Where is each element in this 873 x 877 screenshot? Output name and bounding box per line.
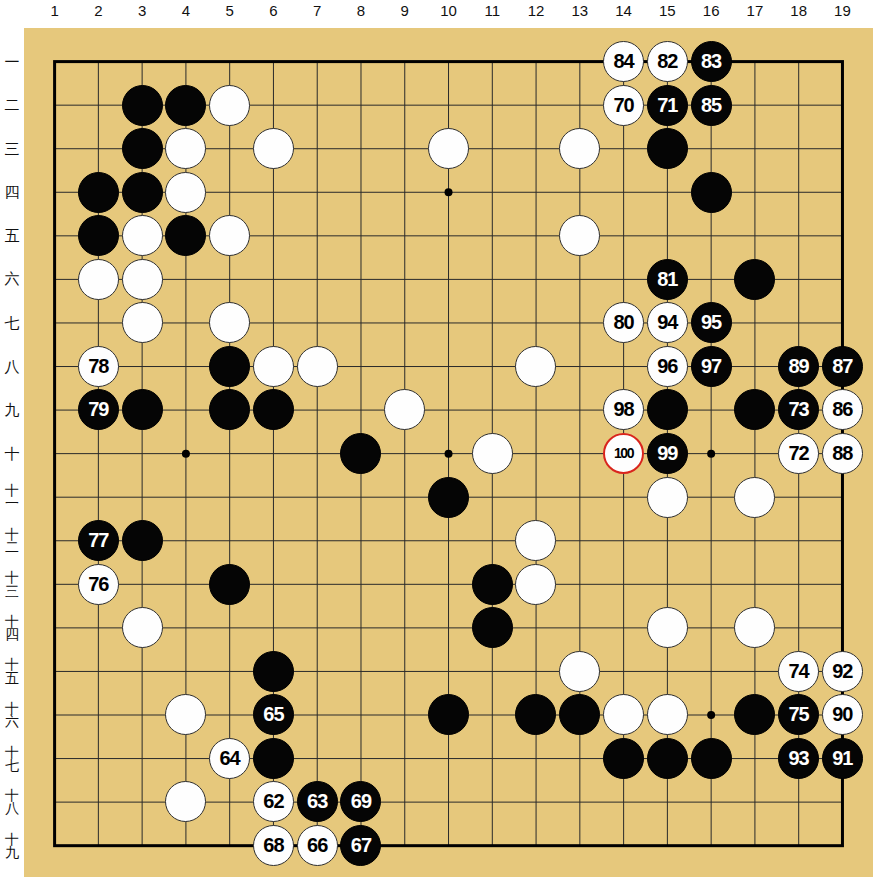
- row-label: 八: [5, 360, 20, 374]
- move-number: 62: [263, 790, 283, 813]
- row-label: 四: [5, 185, 20, 199]
- white-stone: [515, 564, 556, 605]
- column-label: 13: [571, 2, 588, 19]
- black-stone-move-97: 97: [691, 346, 732, 387]
- column-label: 10: [440, 2, 457, 19]
- white-stone: [253, 128, 294, 169]
- black-stone-move-87: 87: [822, 346, 863, 387]
- column-label: 14: [615, 2, 632, 19]
- move-number: 80: [613, 311, 633, 334]
- white-stone-move-66: 66: [297, 825, 338, 866]
- black-stone-move-85: 85: [691, 85, 732, 126]
- white-stone: [165, 128, 206, 169]
- column-label: 8: [357, 2, 365, 19]
- black-stone: [647, 389, 688, 430]
- black-stone: [253, 738, 294, 779]
- black-stone: [734, 259, 775, 300]
- move-number: 76: [88, 573, 108, 596]
- row-label: 十七: [5, 745, 19, 772]
- black-stone: [428, 477, 469, 518]
- black-stone: [78, 215, 119, 256]
- white-stone-move-90: 90: [822, 694, 863, 735]
- white-stone: [297, 346, 338, 387]
- move-number: 81: [657, 268, 677, 291]
- move-number: 70: [613, 94, 633, 117]
- white-stone: [122, 215, 163, 256]
- black-stone-move-63: 63: [297, 781, 338, 822]
- white-stone: [647, 477, 688, 518]
- white-stone: [122, 302, 163, 343]
- white-stone: [559, 128, 600, 169]
- move-number: 77: [88, 529, 108, 552]
- black-stone-move-93: 93: [778, 738, 819, 779]
- row-label: 十六: [5, 702, 19, 729]
- white-stone: [78, 259, 119, 300]
- move-number: 79: [88, 398, 108, 421]
- black-stone-move-79: 79: [78, 389, 119, 430]
- white-stone-move-70: 70: [603, 85, 644, 126]
- column-label: 6: [269, 2, 277, 19]
- black-stone-move-73: 73: [778, 389, 819, 430]
- row-label: 十五: [5, 658, 19, 685]
- go-board[interactable]: 6263646566676869707172737475767778798081…: [24, 28, 873, 877]
- white-stone: [209, 215, 250, 256]
- column-label: 16: [703, 2, 720, 19]
- white-stone-move-78: 78: [78, 346, 119, 387]
- white-stone: [209, 85, 250, 126]
- move-number: 72: [788, 442, 808, 465]
- move-number: 85: [701, 94, 721, 117]
- column-label: 4: [182, 2, 190, 19]
- row-label: 十三: [5, 571, 19, 598]
- row-label: 九: [5, 403, 20, 417]
- column-label: 11: [485, 2, 501, 19]
- white-stone: [515, 346, 556, 387]
- move-number: 90: [832, 703, 852, 726]
- white-stone: [253, 346, 294, 387]
- black-stone: [253, 389, 294, 430]
- black-stone-move-69: 69: [340, 781, 381, 822]
- move-number: 65: [263, 703, 283, 726]
- white-stone: [472, 433, 513, 474]
- black-stone: [165, 215, 206, 256]
- row-label: 十二: [5, 527, 19, 554]
- white-stone-move-100: 100: [603, 433, 644, 474]
- white-stone-move-76: 76: [78, 564, 119, 605]
- black-stone: [209, 564, 250, 605]
- move-number: 88: [832, 442, 852, 465]
- white-stone-move-82: 82: [647, 41, 688, 82]
- white-stone: [559, 215, 600, 256]
- move-number: 86: [832, 398, 852, 421]
- black-stone-move-71: 71: [647, 85, 688, 126]
- black-stone-move-83: 83: [691, 41, 732, 82]
- move-number: 82: [657, 50, 677, 73]
- black-stone: [734, 694, 775, 735]
- black-stone-move-77: 77: [78, 520, 119, 561]
- white-stone: [647, 694, 688, 735]
- white-stone: [384, 389, 425, 430]
- column-label: 3: [138, 2, 146, 19]
- white-stone-move-92: 92: [822, 651, 863, 692]
- move-number: 68: [263, 834, 283, 857]
- black-stone-move-67: 67: [340, 825, 381, 866]
- row-label: 十八: [5, 789, 19, 816]
- black-stone: [78, 172, 119, 213]
- move-number: 100: [614, 445, 633, 461]
- row-label: 三: [5, 142, 20, 156]
- row-label: 一: [5, 55, 20, 69]
- black-stone: [647, 128, 688, 169]
- black-stone: [122, 172, 163, 213]
- move-number: 78: [88, 355, 108, 378]
- column-label: 7: [313, 2, 321, 19]
- black-stone: [340, 433, 381, 474]
- black-stone-move-81: 81: [647, 259, 688, 300]
- column-labels: 12345678910111213141516171819: [0, 0, 873, 28]
- move-number: 92: [832, 660, 852, 683]
- move-number: 96: [657, 355, 677, 378]
- row-label: 十四: [5, 615, 19, 642]
- column-label: 17: [747, 2, 764, 19]
- black-stone-move-89: 89: [778, 346, 819, 387]
- white-stone-move-94: 94: [647, 302, 688, 343]
- move-number: 91: [832, 747, 852, 770]
- move-number: 73: [788, 398, 808, 421]
- column-label: 9: [401, 2, 409, 19]
- column-label: 1: [50, 2, 58, 19]
- column-label: 2: [94, 2, 102, 19]
- move-number: 64: [220, 747, 240, 770]
- row-label: 五: [5, 229, 20, 243]
- black-stone: [472, 607, 513, 648]
- move-number: 94: [657, 311, 677, 334]
- white-stone: [428, 128, 469, 169]
- black-stone-move-91: 91: [822, 738, 863, 779]
- column-label: 19: [834, 2, 851, 19]
- column-label: 12: [528, 2, 545, 19]
- white-stone: [122, 607, 163, 648]
- move-number: 75: [788, 703, 808, 726]
- move-number: 98: [613, 398, 633, 421]
- row-label: 七: [5, 316, 20, 330]
- move-number: 74: [788, 660, 808, 683]
- stones-layer: 6263646566676869707172737475767778798081…: [33, 40, 865, 867]
- white-stone: [647, 607, 688, 648]
- black-stone: [515, 694, 556, 735]
- row-label: 十九: [5, 832, 19, 859]
- white-stone: [734, 607, 775, 648]
- column-label: 5: [226, 2, 234, 19]
- move-number: 87: [832, 355, 852, 378]
- black-stone: [209, 346, 250, 387]
- white-stone: [209, 302, 250, 343]
- move-number: 95: [701, 311, 721, 334]
- row-label: 二: [5, 98, 20, 112]
- white-stone-move-80: 80: [603, 302, 644, 343]
- row-label: 六: [5, 272, 20, 286]
- white-stone-move-88: 88: [822, 433, 863, 474]
- black-stone: [122, 128, 163, 169]
- black-stone: [253, 651, 294, 692]
- move-number: 71: [657, 94, 677, 117]
- white-stone-move-96: 96: [647, 346, 688, 387]
- black-stone: [472, 564, 513, 605]
- black-stone-move-95: 95: [691, 302, 732, 343]
- move-number: 93: [788, 747, 808, 770]
- move-number: 66: [307, 834, 327, 857]
- white-stone-move-74: 74: [778, 651, 819, 692]
- row-label: 十一: [5, 484, 19, 511]
- black-stone: [428, 694, 469, 735]
- white-stone-move-72: 72: [778, 433, 819, 474]
- row-label: 十: [5, 447, 20, 461]
- black-stone: [691, 172, 732, 213]
- column-label: 18: [790, 2, 807, 19]
- black-stone: [559, 694, 600, 735]
- white-stone: [165, 781, 206, 822]
- move-number: 83: [701, 50, 721, 73]
- white-stone-move-86: 86: [822, 389, 863, 430]
- white-stone-move-68: 68: [253, 825, 294, 866]
- black-stone: [122, 389, 163, 430]
- black-stone-move-99: 99: [647, 433, 688, 474]
- move-number: 84: [613, 50, 633, 73]
- white-stone: [165, 172, 206, 213]
- white-stone: [734, 477, 775, 518]
- black-stone: [165, 85, 206, 126]
- move-number: 97: [701, 355, 721, 378]
- white-stone: [603, 694, 644, 735]
- white-stone: [559, 651, 600, 692]
- row-labels: 一二三四五六七八九十十一十二十三十四十五十六十七十八十九: [0, 0, 24, 877]
- black-stone: [122, 520, 163, 561]
- move-number: 67: [351, 834, 371, 857]
- white-stone: [515, 520, 556, 561]
- black-stone: [209, 389, 250, 430]
- move-number: 89: [788, 355, 808, 378]
- white-stone: [165, 694, 206, 735]
- white-stone-move-84: 84: [603, 41, 644, 82]
- move-number: 99: [657, 442, 677, 465]
- black-stone: [603, 738, 644, 779]
- white-stone-move-98: 98: [603, 389, 644, 430]
- white-stone-move-62: 62: [253, 781, 294, 822]
- black-stone-move-75: 75: [778, 694, 819, 735]
- move-number: 69: [351, 790, 371, 813]
- black-stone: [647, 738, 688, 779]
- white-stone: [122, 259, 163, 300]
- black-stone: [122, 85, 163, 126]
- column-label: 15: [659, 2, 676, 19]
- move-number: 63: [307, 790, 327, 813]
- white-stone-move-64: 64: [209, 738, 250, 779]
- black-stone: [734, 389, 775, 430]
- black-stone: [691, 738, 732, 779]
- go-diagram: 12345678910111213141516171819 一二三四五六七八九十…: [0, 0, 873, 877]
- black-stone-move-65: 65: [253, 694, 294, 735]
